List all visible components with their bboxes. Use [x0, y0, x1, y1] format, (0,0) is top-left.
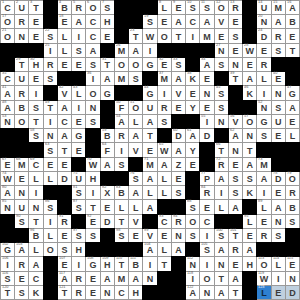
grid-cell[interactable]: N: [229, 143, 242, 156]
grid-cell[interactable]: A: [86, 44, 99, 57]
grid-cell[interactable]: H: [101, 15, 114, 28]
grid-cell[interactable]: I: [72, 257, 85, 270]
grid-cell[interactable]: 90S: [15, 215, 28, 228]
grid-cell[interactable]: 50F: [115, 101, 128, 114]
grid-cell[interactable]: S: [86, 58, 99, 71]
grid-cell[interactable]: T: [86, 200, 99, 213]
grid-cell[interactable]: 46K: [243, 86, 256, 99]
grid-cell[interactable]: A: [272, 15, 285, 28]
grid-cell[interactable]: 66T: [215, 143, 228, 156]
grid-cell[interactable]: L: [257, 72, 270, 85]
grid-cell[interactable]: T: [243, 143, 256, 156]
grid-cell[interactable]: E: [158, 15, 171, 28]
grid-cell[interactable]: C: [186, 15, 199, 28]
grid-cell[interactable]: L: [143, 186, 156, 199]
grid-cell[interactable]: 76S: [129, 172, 142, 185]
grid-cell[interactable]: 27N: [215, 44, 228, 57]
grid-cell[interactable]: R: [115, 129, 128, 142]
grid-cell[interactable]: O: [15, 115, 28, 128]
grid-cell[interactable]: 29T: [15, 58, 28, 71]
grid-cell[interactable]: E: [186, 158, 199, 171]
grid-cell[interactable]: N: [200, 86, 213, 99]
grid-cell[interactable]: E: [58, 58, 71, 71]
grid-cell[interactable]: A: [229, 272, 242, 285]
grid-cell[interactable]: A: [172, 143, 185, 156]
grid-cell[interactable]: L: [58, 44, 71, 57]
grid-cell[interactable]: I: [29, 86, 42, 99]
grid-cell[interactable]: I: [143, 257, 156, 270]
grid-cell[interactable]: 28W: [243, 44, 256, 57]
grid-cell[interactable]: 122A: [186, 286, 199, 299]
grid-cell[interactable]: L: [44, 229, 57, 242]
grid-cell[interactable]: S: [58, 243, 71, 256]
grid-cell[interactable]: D: [58, 172, 71, 185]
grid-cell[interactable]: 87S: [72, 200, 85, 213]
grid-cell[interactable]: 92E: [86, 215, 99, 228]
grid-cell[interactable]: A: [29, 257, 42, 270]
grid-cell[interactable]: A: [101, 272, 114, 285]
grid-cell[interactable]: S: [172, 186, 185, 199]
grid-cell[interactable]: E: [29, 15, 42, 28]
grid-cell[interactable]: 18E: [58, 15, 71, 28]
grid-cell[interactable]: A: [172, 72, 185, 85]
grid-cell[interactable]: 79O: [286, 172, 299, 185]
grid-cell[interactable]: E: [200, 200, 213, 213]
grid-cell[interactable]: 74W: [1, 172, 14, 185]
grid-cell[interactable]: S: [86, 229, 99, 242]
grid-cell[interactable]: N: [215, 257, 228, 270]
grid-cell[interactable]: E: [229, 15, 242, 28]
grid-cell[interactable]: 106I: [1, 257, 14, 270]
grid-cell[interactable]: E: [272, 129, 285, 142]
grid-cell[interactable]: 111B: [129, 257, 142, 270]
grid-cell[interactable]: D: [101, 215, 114, 228]
grid-cell[interactable]: 36I: [86, 72, 99, 85]
grid-cell[interactable]: G: [101, 86, 114, 99]
grid-cell[interactable]: I: [86, 186, 99, 199]
grid-cell[interactable]: 69C: [29, 158, 42, 171]
grid-cell[interactable]: 71M: [143, 158, 156, 171]
grid-cell[interactable]: I: [44, 215, 57, 228]
grid-cell[interactable]: T: [143, 129, 156, 142]
grid-cell[interactable]: E: [200, 101, 213, 114]
grid-cell[interactable]: 93C: [158, 215, 171, 228]
grid-cell[interactable]: L: [129, 200, 142, 213]
grid-cell[interactable]: S: [229, 186, 242, 199]
grid-cell[interactable]: 15M: [272, 1, 285, 14]
grid-cell[interactable]: 83B: [115, 186, 128, 199]
grid-cell[interactable]: I: [200, 229, 213, 242]
grid-cell[interactable]: O: [158, 29, 171, 42]
grid-cell[interactable]: T: [172, 29, 185, 42]
grid-cell[interactable]: E: [286, 29, 299, 42]
grid-cell[interactable]: O: [200, 272, 213, 285]
grid-cell[interactable]: R: [15, 86, 28, 99]
grid-cell[interactable]: V: [215, 15, 228, 28]
grid-cell[interactable]: I: [186, 29, 199, 42]
grid-cell[interactable]: S: [257, 129, 270, 142]
grid-cell[interactable]: 116S: [1, 272, 14, 285]
grid-cell[interactable]: 14U: [257, 1, 270, 14]
grid-cell[interactable]: 58S: [29, 129, 42, 142]
grid-cell[interactable]: 51O: [129, 101, 142, 114]
grid-cell[interactable]: W: [143, 29, 156, 42]
grid-cell[interactable]: E: [101, 29, 114, 42]
grid-cell[interactable]: 119W: [257, 272, 270, 285]
grid-cell[interactable]: E: [229, 257, 242, 270]
grid-cell[interactable]: S: [215, 58, 228, 71]
grid-cell[interactable]: R: [15, 15, 28, 28]
grid-cell[interactable]: 55I: [200, 115, 213, 128]
grid-cell[interactable]: T: [29, 215, 42, 228]
grid-cell[interactable]: 47G: [286, 86, 299, 99]
grid-cell[interactable]: E: [286, 115, 299, 128]
grid-cell[interactable]: T: [215, 272, 228, 285]
grid-cell[interactable]: 49T: [44, 101, 57, 114]
grid-cell[interactable]: 45S: [215, 86, 228, 99]
grid-cell[interactable]: A: [286, 101, 299, 114]
grid-cell[interactable]: H: [243, 257, 256, 270]
grid-cell[interactable]: 44G: [143, 86, 156, 99]
grid-cell[interactable]: I: [200, 257, 213, 270]
grid-cell[interactable]: E: [257, 215, 270, 228]
grid-cell[interactable]: N: [172, 229, 185, 242]
grid-cell[interactable]: 70W: [86, 158, 99, 171]
grid-cell[interactable]: R: [257, 58, 270, 71]
grid-cell[interactable]: E: [158, 229, 171, 242]
grid-cell[interactable]: 20N: [257, 15, 270, 28]
grid-cell[interactable]: E: [101, 200, 114, 213]
grid-cell[interactable]: S: [72, 44, 85, 57]
grid-cell[interactable]: S: [229, 172, 242, 185]
grid-cell[interactable]: N: [215, 115, 228, 128]
grid-cell[interactable]: K: [29, 286, 42, 299]
grid-cell[interactable]: 54A: [115, 115, 128, 128]
grid-cell[interactable]: E: [72, 115, 85, 128]
grid-cell[interactable]: 12O: [215, 1, 228, 14]
grid-cell[interactable]: E: [172, 101, 185, 114]
grid-cell[interactable]: 98S: [115, 229, 128, 242]
grid-cell[interactable]: E: [86, 286, 99, 299]
grid-cell[interactable]: 16A: [286, 1, 299, 14]
grid-cell[interactable]: I: [272, 272, 285, 285]
grid-cell[interactable]: E: [143, 143, 156, 156]
grid-cell[interactable]: E: [15, 272, 28, 285]
grid-cell[interactable]: T: [115, 215, 128, 228]
grid-cell[interactable]: 101T: [229, 229, 242, 242]
grid-cell[interactable]: 2U: [15, 1, 28, 14]
grid-cell[interactable]: 114L: [272, 257, 285, 270]
grid-cell[interactable]: 56V: [229, 115, 242, 128]
grid-cell[interactable]: 63S: [44, 143, 57, 156]
grid-cell[interactable]: 80A: [1, 186, 14, 199]
grid-cell[interactable]: S: [272, 44, 285, 57]
grid-cell[interactable]: 107E: [58, 257, 71, 270]
grid-cell[interactable]: S: [215, 101, 228, 114]
grid-cell[interactable]: V: [129, 143, 142, 156]
grid-cell[interactable]: A: [215, 286, 228, 299]
grid-cell[interactable]: U: [15, 72, 28, 85]
grid-cell[interactable]: N: [286, 272, 299, 285]
grid-cell[interactable]: E: [129, 229, 142, 242]
grid-cell[interactable]: A: [101, 72, 114, 85]
grid-cell[interactable]: N: [29, 200, 42, 213]
grid-cell[interactable]: E: [229, 158, 242, 171]
grid-cell[interactable]: L: [129, 115, 142, 128]
grid-cell[interactable]: E: [243, 58, 256, 71]
grid-cell[interactable]: U: [15, 200, 28, 213]
grid-cell[interactable]: 57O: [243, 115, 256, 128]
grid-cell[interactable]: N: [15, 29, 28, 42]
grid-cell[interactable]: 26M: [115, 44, 128, 57]
grid-cell[interactable]: I: [72, 29, 85, 42]
grid-cell[interactable]: A: [143, 115, 156, 128]
grid-cell[interactable]: 94R: [172, 215, 185, 228]
grid-cell[interactable]: A: [243, 243, 256, 256]
grid-cell[interactable]: Y: [186, 101, 199, 114]
grid-cell[interactable]: L: [158, 186, 171, 199]
grid-cell[interactable]: 84R: [200, 186, 213, 199]
grid-cell[interactable]: A: [58, 101, 71, 114]
grid-cell[interactable]: A: [143, 172, 156, 185]
grid-cell[interactable]: R: [72, 272, 85, 285]
grid-cell[interactable]: E: [243, 229, 256, 242]
grid-cell[interactable]: S: [129, 72, 142, 85]
grid-cell[interactable]: O: [115, 58, 128, 71]
grid-cell[interactable]: 53N: [1, 115, 14, 128]
grid-cell[interactable]: A: [129, 272, 142, 285]
grid-cell[interactable]: N: [143, 272, 156, 285]
grid-cell[interactable]: A: [215, 243, 228, 256]
grid-cell[interactable]: I: [29, 186, 42, 199]
grid-cell[interactable]: M: [115, 72, 128, 85]
grid-cell[interactable]: R: [158, 101, 171, 114]
grid-cell[interactable]: Z: [172, 158, 185, 171]
grid-cell[interactable]: T: [158, 257, 171, 270]
grid-cell[interactable]: N: [272, 215, 285, 228]
grid-cell[interactable]: C: [86, 15, 99, 28]
grid-cell[interactable]: H: [72, 243, 85, 256]
grid-cell[interactable]: 89L: [257, 200, 270, 213]
grid-cell[interactable]: 59B: [101, 129, 114, 142]
grid-cell[interactable]: 99V: [143, 229, 156, 242]
grid-cell[interactable]: E: [44, 158, 57, 171]
grid-cell[interactable]: N: [15, 186, 28, 199]
grid-cell[interactable]: 22S: [44, 29, 57, 42]
grid-cell[interactable]: 104A: [143, 243, 156, 256]
grid-cell[interactable]: 19S: [143, 15, 156, 28]
grid-cell[interactable]: B: [286, 200, 299, 213]
grid-cell[interactable]: 24D: [257, 29, 270, 42]
grid-cell[interactable]: S: [272, 101, 285, 114]
grid-cell[interactable]: A: [101, 158, 114, 171]
grid-cell[interactable]: 39T: [229, 72, 242, 85]
grid-cell[interactable]: 3T: [29, 1, 42, 14]
grid-cell[interactable]: S: [229, 29, 242, 42]
grid-cell[interactable]: 6O: [86, 1, 99, 14]
grid-cell[interactable]: 120T: [1, 286, 14, 299]
grid-cell[interactable]: T: [286, 44, 299, 57]
grid-cell[interactable]: 95L: [243, 215, 256, 228]
grid-cell[interactable]: S: [15, 286, 28, 299]
grid-cell[interactable]: O: [44, 243, 57, 256]
grid-cell[interactable]: A: [129, 44, 142, 57]
grid-cell[interactable]: 37M: [158, 72, 171, 85]
grid-cell[interactable]: 112N: [186, 257, 199, 270]
grid-cell[interactable]: 109H: [101, 257, 114, 270]
grid-cell[interactable]: S: [158, 115, 171, 128]
grid-cell[interactable]: 1C: [1, 1, 14, 14]
grid-cell[interactable]: I: [44, 115, 57, 128]
grid-cell[interactable]: 31T: [101, 58, 114, 71]
grid-cell[interactable]: 62A: [229, 129, 242, 142]
grid-cell[interactable]: N: [272, 86, 285, 99]
grid-cell[interactable]: T: [58, 143, 71, 156]
grid-cell[interactable]: 81S: [72, 186, 85, 199]
highlighted-word-cell[interactable]: D: [286, 286, 299, 299]
grid-cell[interactable]: E: [86, 272, 99, 285]
grid-cell[interactable]: E: [72, 58, 85, 71]
grid-cell[interactable]: 21O: [1, 29, 14, 42]
grid-cell[interactable]: M: [115, 272, 128, 285]
grid-cell[interactable]: 60D: [172, 129, 185, 142]
grid-cell[interactable]: 23T: [129, 29, 142, 42]
grid-cell[interactable]: 30H: [29, 58, 42, 71]
grid-cell[interactable]: C: [200, 215, 213, 228]
grid-cell[interactable]: S: [272, 229, 285, 242]
grid-cell[interactable]: R: [72, 286, 85, 299]
grid-cell[interactable]: S: [29, 101, 42, 114]
grid-cell[interactable]: 32E: [158, 58, 171, 71]
grid-cell[interactable]: T: [229, 286, 242, 299]
grid-cell[interactable]: N: [101, 286, 114, 299]
grid-cell[interactable]: 48A: [1, 101, 14, 114]
grid-cell[interactable]: 72R: [215, 158, 228, 171]
grid-cell[interactable]: 102G: [1, 243, 14, 256]
grid-cell[interactable]: S: [44, 72, 57, 85]
grid-cell[interactable]: E: [200, 72, 213, 85]
grid-cell[interactable]: 9E: [172, 1, 185, 14]
grid-cell[interactable]: 86S: [44, 200, 57, 213]
grid-cell[interactable]: 52N: [257, 101, 270, 114]
grid-cell[interactable]: 10S: [186, 1, 199, 14]
grid-cell[interactable]: S: [186, 229, 199, 242]
grid-cell[interactable]: R: [286, 186, 299, 199]
grid-cell[interactable]: 67E: [1, 158, 14, 171]
grid-cell[interactable]: A: [243, 158, 256, 171]
grid-cell[interactable]: 40E: [272, 72, 285, 85]
grid-cell[interactable]: N: [243, 129, 256, 142]
highlighted-word-cell[interactable]: E: [272, 286, 285, 299]
grid-cell[interactable]: A: [158, 158, 171, 171]
grid-cell[interactable]: E: [29, 29, 42, 42]
grid-cell[interactable]: N: [229, 58, 242, 71]
grid-cell[interactable]: O: [86, 86, 99, 99]
grid-cell[interactable]: S: [243, 172, 256, 185]
grid-cell[interactable]: A: [143, 200, 156, 213]
grid-cell[interactable]: 38K: [186, 72, 199, 85]
grid-cell[interactable]: R: [15, 257, 28, 270]
grid-cell[interactable]: I: [143, 44, 156, 57]
selected-cell[interactable]: 123L: [257, 286, 270, 299]
grid-cell[interactable]: 8L: [158, 1, 171, 14]
grid-cell[interactable]: E: [257, 44, 270, 57]
grid-cell[interactable]: 115E: [286, 257, 299, 270]
grid-cell[interactable]: 17O: [1, 15, 14, 28]
grid-cell[interactable]: U: [143, 101, 156, 114]
grid-cell[interactable]: I: [257, 186, 270, 199]
grid-cell[interactable]: 25I: [44, 44, 57, 57]
grid-cell[interactable]: D: [200, 129, 213, 142]
grid-cell[interactable]: I: [72, 101, 85, 114]
grid-cell[interactable]: B: [286, 15, 299, 28]
grid-cell[interactable]: E: [172, 172, 185, 185]
grid-cell[interactable]: A: [243, 72, 256, 85]
grid-cell[interactable]: N: [86, 101, 99, 114]
grid-cell[interactable]: E: [58, 158, 71, 171]
grid-cell[interactable]: H: [86, 172, 99, 185]
grid-cell[interactable]: 35C: [1, 72, 14, 85]
grid-cell[interactable]: G: [72, 129, 85, 142]
grid-cell[interactable]: R: [229, 243, 242, 256]
grid-cell[interactable]: 34A: [200, 58, 213, 71]
grid-cell[interactable]: I: [158, 86, 171, 99]
grid-cell[interactable]: 4B: [58, 1, 71, 14]
grid-cell[interactable]: S: [115, 158, 128, 171]
grid-cell[interactable]: E: [58, 229, 71, 242]
grid-cell[interactable]: 43L: [72, 86, 85, 99]
grid-cell[interactable]: I: [257, 86, 270, 99]
grid-cell[interactable]: I: [115, 143, 128, 156]
grid-cell[interactable]: 41A: [1, 86, 14, 99]
grid-cell[interactable]: A: [129, 186, 142, 199]
grid-cell[interactable]: C: [86, 29, 99, 42]
grid-cell[interactable]: C: [58, 115, 71, 128]
grid-cell[interactable]: T: [29, 115, 42, 128]
grid-cell[interactable]: L: [58, 29, 71, 42]
grid-cell[interactable]: 118I: [186, 272, 199, 285]
grid-cell[interactable]: E: [272, 186, 285, 199]
grid-cell[interactable]: G: [143, 58, 156, 71]
grid-cell[interactable]: 88S: [186, 200, 199, 213]
grid-cell[interactable]: 85N: [1, 200, 14, 213]
grid-cell[interactable]: R: [272, 29, 285, 42]
grid-cell[interactable]: 73M: [257, 158, 270, 171]
grid-cell[interactable]: 68M: [15, 158, 28, 171]
grid-cell[interactable]: E: [72, 143, 85, 156]
grid-cell[interactable]: A: [215, 172, 228, 185]
grid-cell[interactable]: A: [172, 243, 185, 256]
grid-cell[interactable]: 105S: [200, 243, 213, 256]
grid-cell[interactable]: 7S: [101, 1, 114, 14]
grid-cell[interactable]: N: [44, 129, 57, 142]
grid-cell[interactable]: L: [158, 243, 171, 256]
grid-cell[interactable]: E: [186, 86, 199, 99]
grid-cell[interactable]: 33S: [172, 58, 185, 71]
grid-cell[interactable]: L: [29, 243, 42, 256]
grid-cell[interactable]: R: [257, 229, 270, 242]
grid-cell[interactable]: 77P: [200, 172, 213, 185]
grid-cell[interactable]: L: [29, 172, 42, 185]
grid-cell[interactable]: V: [172, 86, 185, 99]
grid-cell[interactable]: L: [286, 129, 299, 142]
grid-cell[interactable]: E: [229, 44, 242, 57]
grid-cell[interactable]: 110T: [115, 257, 128, 270]
grid-cell[interactable]: 75U: [72, 172, 85, 185]
grid-cell[interactable]: L: [158, 172, 171, 185]
grid-cell[interactable]: A: [229, 200, 242, 213]
grid-cell[interactable]: 100S: [215, 229, 228, 242]
